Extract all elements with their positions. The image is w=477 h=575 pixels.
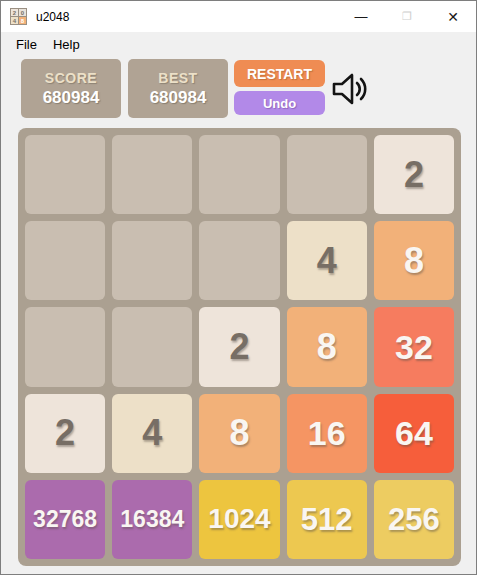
app-icon-cell: 4 <box>11 17 18 24</box>
tile-2: 2 <box>25 394 105 473</box>
app-icon: 2 0 4 8 <box>10 8 27 25</box>
tile-16384: 16384 <box>112 480 192 559</box>
app-icon-cell: 2 <box>11 9 18 16</box>
tile-512: 512 <box>287 480 367 559</box>
empty-cell <box>25 135 105 214</box>
restart-button[interactable]: RESTART <box>234 60 325 87</box>
menu-help[interactable]: Help <box>45 34 88 55</box>
best-label: BEST <box>158 70 197 86</box>
minimize-button[interactable]: — <box>338 1 384 32</box>
best-value: 680984 <box>150 88 207 108</box>
toolbar: SCORE 680984 BEST 680984 RESTART Undo <box>1 56 476 121</box>
app-window: 2 0 4 8 u2048 — ❐ ✕ File Help SCORE 6809… <box>0 0 477 575</box>
empty-cell <box>199 135 279 214</box>
app-icon-cell: 0 <box>19 9 26 16</box>
tile-4: 4 <box>287 221 367 300</box>
empty-cell <box>112 307 192 386</box>
tile-32768: 32768 <box>25 480 105 559</box>
speaker-icon[interactable] <box>329 68 371 114</box>
title-bar: 2 0 4 8 u2048 — ❐ ✕ <box>1 1 476 32</box>
app-icon-cell: 8 <box>19 17 26 24</box>
board-grid[interactable]: 2482832248166432768163841024512256 <box>18 128 461 566</box>
maximize-button[interactable]: ❐ <box>384 1 430 32</box>
tile-8: 8 <box>199 394 279 473</box>
tile-16: 16 <box>287 394 367 473</box>
tile-8: 8 <box>287 307 367 386</box>
tile-64: 64 <box>374 394 454 473</box>
score-value: 680984 <box>43 88 100 108</box>
tile-2: 2 <box>199 307 279 386</box>
window-title: u2048 <box>36 10 69 24</box>
close-button[interactable]: ✕ <box>430 1 476 32</box>
tile-8: 8 <box>374 221 454 300</box>
empty-cell <box>112 221 192 300</box>
best-box: BEST 680984 <box>128 59 228 118</box>
tile-4: 4 <box>112 394 192 473</box>
tile-2: 2 <box>374 135 454 214</box>
score-box: SCORE 680984 <box>21 59 121 118</box>
menu-bar: File Help <box>1 32 476 56</box>
tile-1024: 1024 <box>199 480 279 559</box>
tile-256: 256 <box>374 480 454 559</box>
tile-32: 32 <box>374 307 454 386</box>
menu-file[interactable]: File <box>8 34 45 55</box>
empty-cell <box>287 135 367 214</box>
empty-cell <box>112 135 192 214</box>
empty-cell <box>25 307 105 386</box>
empty-cell <box>199 221 279 300</box>
score-label: SCORE <box>45 70 97 86</box>
empty-cell <box>25 221 105 300</box>
undo-button[interactable]: Undo <box>234 91 325 115</box>
window-controls: — ❐ ✕ <box>338 1 476 32</box>
